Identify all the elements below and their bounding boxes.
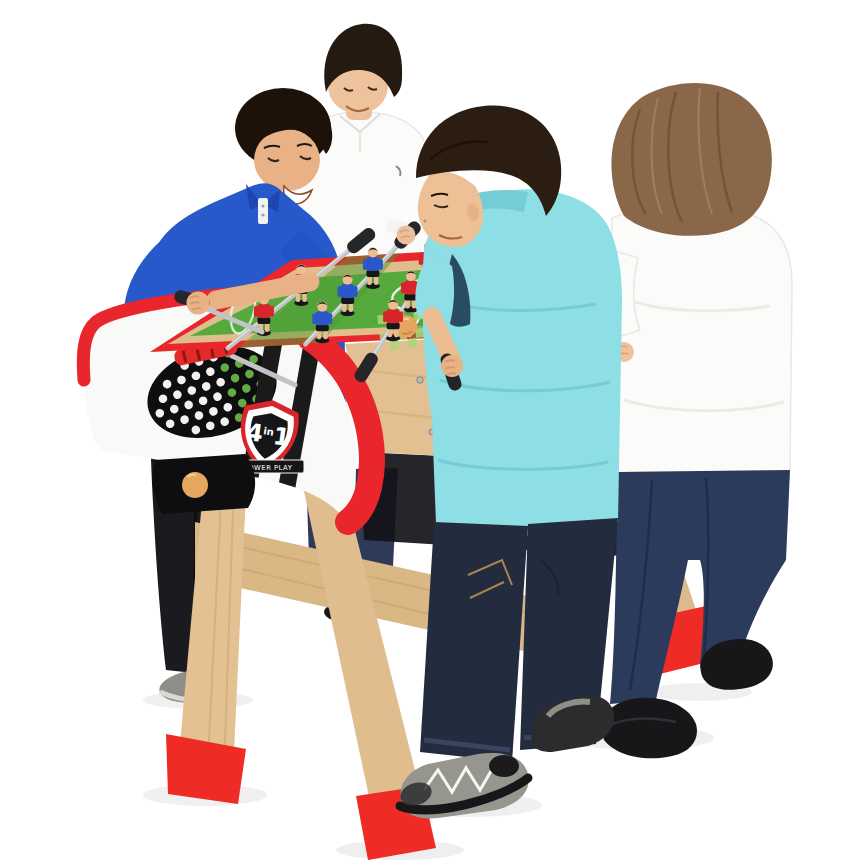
foosman-shirt <box>366 257 380 271</box>
sneaker-ankle <box>489 755 519 777</box>
foosman-shirt <box>341 284 355 298</box>
button <box>261 204 264 207</box>
hair <box>611 83 771 236</box>
foosman-shorts <box>387 322 400 329</box>
foosball-scene: 4in1 POWER PLAY <box>0 0 860 860</box>
placket <box>258 198 268 224</box>
button <box>261 213 264 216</box>
face <box>254 129 320 191</box>
nostril <box>424 220 427 223</box>
jeans-left-leg <box>420 522 528 762</box>
foosman-shirt <box>386 309 400 323</box>
white-tee-torso <box>610 207 792 487</box>
fist <box>397 226 416 245</box>
foosman-shorts <box>316 324 329 331</box>
foosman-shorts <box>341 297 354 304</box>
foosman-shorts <box>366 270 379 277</box>
foosman-shirt <box>257 304 271 318</box>
foosman-shirt <box>315 311 329 325</box>
product-photo-stage: 4in1 POWER PLAY <box>0 0 860 860</box>
foosman-shorts <box>257 317 270 324</box>
